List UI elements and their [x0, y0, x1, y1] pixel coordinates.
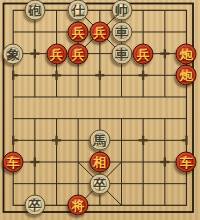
piece-red-soldier[interactable]: 兵	[68, 21, 89, 42]
piece-glyph: 兵	[72, 26, 85, 39]
piece-glyph: 車	[115, 48, 128, 61]
piece-wood-soldier[interactable]: 卒	[24, 195, 45, 216]
piece-glyph: 帅	[115, 4, 128, 17]
piece-glyph: 兵	[50, 48, 63, 61]
piece-red-cannon[interactable]: 炮	[176, 65, 197, 86]
piece-red-elephant[interactable]: 相	[89, 151, 110, 172]
piece-red-soldier[interactable]: 兵	[133, 43, 154, 64]
piece-wood-chariot[interactable]: 車	[111, 43, 132, 64]
piece-red-soldier[interactable]: 兵	[46, 43, 67, 64]
piece-glyph: 兵	[72, 48, 85, 61]
piece-glyph: 车	[7, 156, 20, 169]
piece-wood-horse[interactable]: 馬	[89, 130, 110, 151]
piece-glyph: 卒	[28, 199, 41, 212]
piece-glyph: 卒	[93, 178, 106, 191]
piece-glyph: 車	[115, 26, 128, 39]
piece-red-cannon[interactable]: 炮	[176, 43, 197, 64]
piece-glyph: 将	[72, 199, 85, 212]
piece-red-soldier[interactable]: 兵	[68, 43, 89, 64]
piece-wood-general[interactable]: 帅	[111, 0, 132, 21]
piece-glyph: 馬	[93, 134, 106, 147]
piece-red-chariot[interactable]: 车	[176, 151, 197, 172]
piece-red-chariot[interactable]: 车	[3, 151, 24, 172]
piece-glyph: 兵	[93, 26, 106, 39]
piece-glyph: 车	[180, 156, 193, 169]
piece-glyph: 炮	[180, 69, 193, 82]
piece-red-soldier[interactable]: 兵	[89, 21, 110, 42]
piece-glyph: 砲	[28, 4, 41, 17]
piece-red-general[interactable]: 将	[68, 195, 89, 216]
piece-glyph: 象	[7, 48, 20, 61]
piece-glyph: 炮	[180, 48, 193, 61]
piece-glyph: 相	[93, 156, 106, 169]
piece-wood-chariot[interactable]: 車	[111, 21, 132, 42]
piece-glyph: 仕	[72, 4, 85, 17]
xiangqi-board[interactable]: 砲仕帅兵兵車象兵兵車兵炮炮馬车相车卒卒将	[0, 0, 200, 220]
piece-glyph: 兵	[137, 48, 150, 61]
piece-wood-advisor[interactable]: 仕	[68, 0, 89, 21]
piece-wood-soldier[interactable]: 卒	[89, 173, 110, 194]
piece-wood-cannon[interactable]: 砲	[24, 0, 45, 21]
piece-wood-elephant[interactable]: 象	[3, 43, 24, 64]
